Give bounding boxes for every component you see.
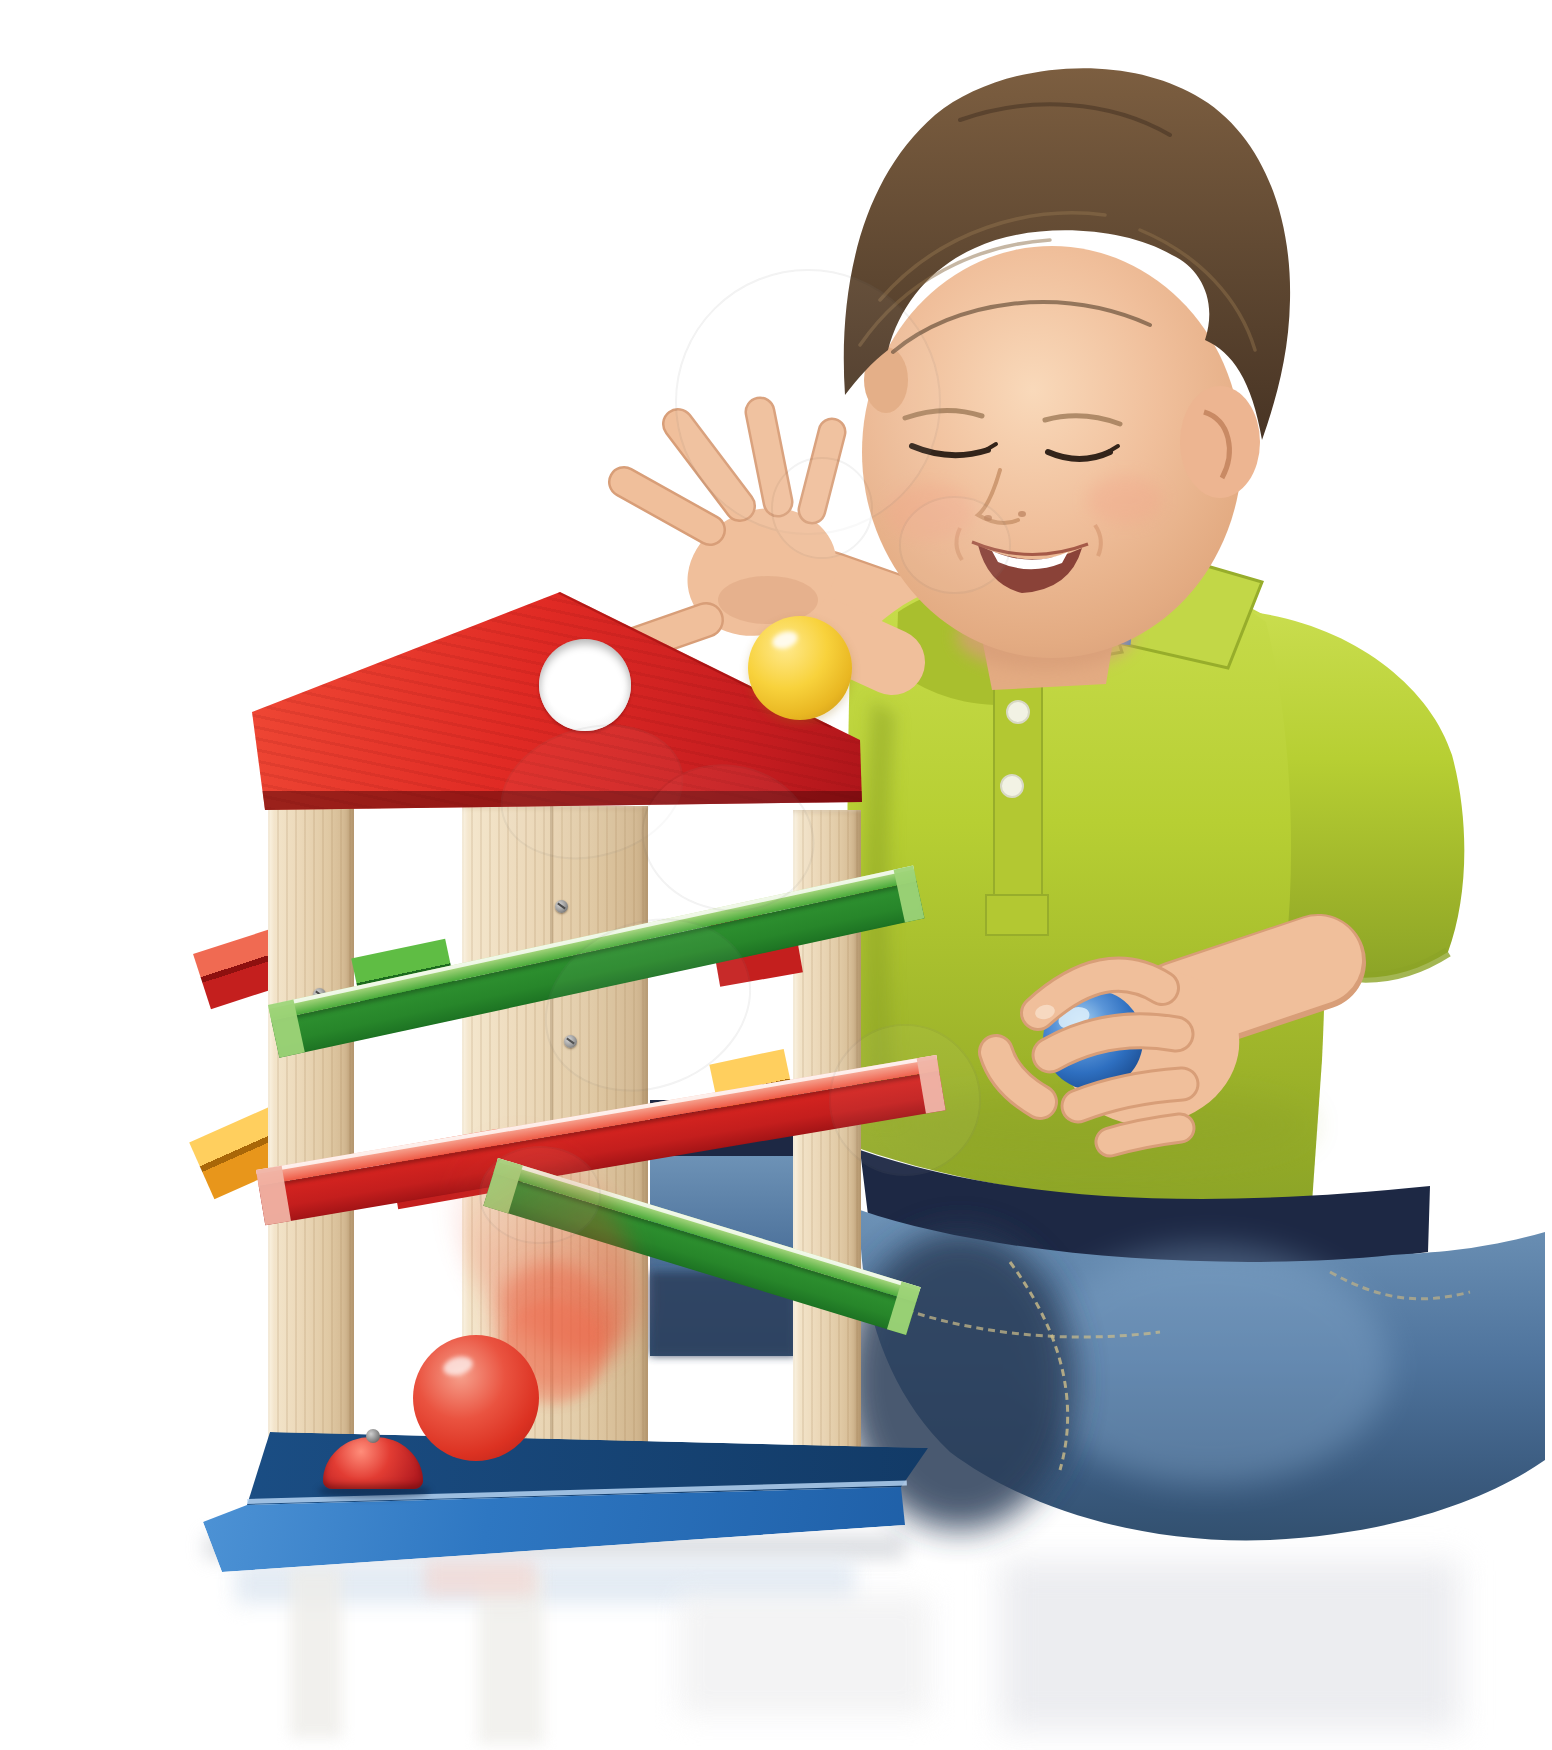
base-tray [195,1425,940,1583]
wood-post-left [268,802,354,1474]
roof-highlight [252,585,562,710]
specular-highlight [770,628,800,651]
product-photo-scene [0,0,1552,1750]
screw [564,1035,577,1048]
bell-screw [366,1429,380,1443]
yellow-ball [748,616,852,720]
ball-run-tower [0,0,1552,1750]
specular-highlight [441,1353,475,1378]
red-ball [413,1335,539,1461]
screw [555,900,568,913]
roof-hole [539,639,631,731]
